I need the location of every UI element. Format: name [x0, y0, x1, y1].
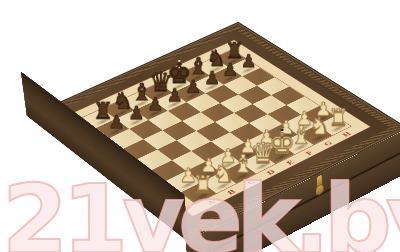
king-finial [178, 56, 180, 62]
king-finial [281, 125, 284, 131]
product-photo-stage: ABCDEFGH12345678 ♜♞♝♛♚♝♞♜♟♟♟♟♟♟♟♟♟♟♟♟♟♟♟… [0, 0, 400, 252]
pawn-icon: ♟ [100, 114, 134, 132]
watermark: 21vek.by [2, 164, 400, 252]
piece-black-pawn-a7: ♟ [100, 114, 134, 132]
